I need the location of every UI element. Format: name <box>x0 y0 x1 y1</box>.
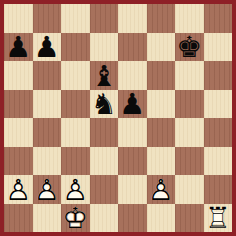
white-pawn-outline: ♙ <box>147 176 176 205</box>
square-d8[interactable] <box>90 4 119 33</box>
white-pawn-outline: ♙ <box>61 176 90 205</box>
square-a2[interactable]: ♟♙ <box>4 175 33 204</box>
square-b5[interactable] <box>33 90 62 119</box>
square-h7[interactable] <box>204 33 233 62</box>
square-f5[interactable] <box>147 90 176 119</box>
square-g8[interactable] <box>175 4 204 33</box>
square-e8[interactable] <box>118 4 147 33</box>
square-b3[interactable] <box>33 147 62 176</box>
square-c5[interactable] <box>61 90 90 119</box>
square-c8[interactable] <box>61 4 90 33</box>
square-h4[interactable] <box>204 118 233 147</box>
square-e2[interactable] <box>118 175 147 204</box>
square-h1[interactable]: ♜♖ <box>204 204 233 233</box>
square-g3[interactable] <box>175 147 204 176</box>
white-pawn-outline: ♙ <box>4 176 33 205</box>
square-e1[interactable] <box>118 204 147 233</box>
square-d3[interactable] <box>90 147 119 176</box>
square-a6[interactable] <box>4 61 33 90</box>
square-a1[interactable] <box>4 204 33 233</box>
square-h5[interactable] <box>204 90 233 119</box>
square-a7[interactable]: ♟ <box>4 33 33 62</box>
square-b1[interactable] <box>33 204 62 233</box>
square-f1[interactable] <box>147 204 176 233</box>
square-f7[interactable] <box>147 33 176 62</box>
square-f6[interactable] <box>147 61 176 90</box>
square-d2[interactable] <box>90 175 119 204</box>
square-h6[interactable] <box>204 61 233 90</box>
white-king-outline: ♔ <box>61 205 90 234</box>
square-d7[interactable] <box>90 33 119 62</box>
square-g4[interactable] <box>175 118 204 147</box>
square-b7[interactable]: ♟ <box>33 33 62 62</box>
square-h3[interactable] <box>204 147 233 176</box>
square-c3[interactable] <box>61 147 90 176</box>
square-c4[interactable] <box>61 118 90 147</box>
chess-board: ♟♟♚♝♞♟♟♙♟♙♟♙♟♙♚♔♜♖ <box>4 4 232 232</box>
square-e5[interactable]: ♟ <box>118 90 147 119</box>
square-g5[interactable] <box>175 90 204 119</box>
square-e3[interactable] <box>118 147 147 176</box>
square-d1[interactable] <box>90 204 119 233</box>
square-e4[interactable] <box>118 118 147 147</box>
square-h8[interactable] <box>204 4 233 33</box>
square-c1[interactable]: ♚♔ <box>61 204 90 233</box>
black-king[interactable]: ♚ <box>175 34 204 63</box>
square-h2[interactable] <box>204 175 233 204</box>
white-pawn-outline: ♙ <box>33 176 62 205</box>
black-pawn[interactable]: ♟ <box>4 34 33 63</box>
black-bishop[interactable]: ♝ <box>90 62 119 91</box>
square-d5[interactable]: ♞ <box>90 90 119 119</box>
chess-board-frame: ♟♟♚♝♞♟♟♙♟♙♟♙♟♙♚♔♜♖ <box>0 0 236 236</box>
black-pawn[interactable]: ♟ <box>118 91 147 120</box>
square-d4[interactable] <box>90 118 119 147</box>
square-e7[interactable] <box>118 33 147 62</box>
square-f3[interactable] <box>147 147 176 176</box>
square-c7[interactable] <box>61 33 90 62</box>
square-b4[interactable] <box>33 118 62 147</box>
black-pawn[interactable]: ♟ <box>33 34 62 63</box>
square-b6[interactable] <box>33 61 62 90</box>
square-f4[interactable] <box>147 118 176 147</box>
square-f8[interactable] <box>147 4 176 33</box>
black-knight[interactable]: ♞ <box>90 91 119 120</box>
square-a4[interactable] <box>4 118 33 147</box>
square-a3[interactable] <box>4 147 33 176</box>
square-g1[interactable] <box>175 204 204 233</box>
square-b2[interactable]: ♟♙ <box>33 175 62 204</box>
square-g2[interactable] <box>175 175 204 204</box>
square-c6[interactable] <box>61 61 90 90</box>
white-rook-outline: ♖ <box>204 205 233 234</box>
square-f2[interactable]: ♟♙ <box>147 175 176 204</box>
square-b8[interactable] <box>33 4 62 33</box>
square-g7[interactable]: ♚ <box>175 33 204 62</box>
square-c2[interactable]: ♟♙ <box>61 175 90 204</box>
square-a8[interactable] <box>4 4 33 33</box>
square-g6[interactable] <box>175 61 204 90</box>
square-d6[interactable]: ♝ <box>90 61 119 90</box>
square-e6[interactable] <box>118 61 147 90</box>
square-a5[interactable] <box>4 90 33 119</box>
